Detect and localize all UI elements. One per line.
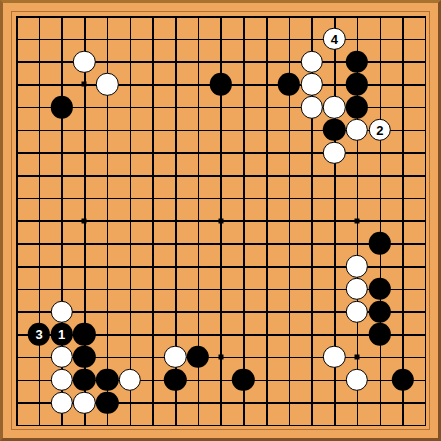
intersection-c4-r6[interactable] [73, 119, 96, 142]
intersection-c7-r16[interactable] [141, 346, 164, 369]
intersection-c4-r16[interactable] [73, 346, 96, 369]
intersection-c17-r14[interactable] [368, 300, 391, 323]
intersection-c13-r4[interactable] [278, 73, 301, 96]
intersection-c15-r18[interactable] [323, 391, 346, 414]
intersection-c8-r17[interactable] [164, 368, 187, 391]
intersection-c8-r4[interactable] [164, 73, 187, 96]
intersection-c15-r19[interactable] [323, 414, 346, 437]
intersection-c12-r15[interactable] [255, 323, 278, 346]
intersection-c16-r2[interactable] [346, 28, 369, 51]
intersection-c8-r9[interactable] [164, 187, 187, 210]
intersection-c7-r10[interactable] [141, 209, 164, 232]
intersection-c11-r11[interactable] [232, 232, 255, 255]
intersection-c9-r18[interactable] [187, 391, 210, 414]
intersection-c16-r6[interactable] [346, 119, 369, 142]
intersection-c15-r9[interactable] [323, 187, 346, 210]
intersection-c17-r4[interactable] [368, 73, 391, 96]
intersection-c6-r17[interactable] [119, 368, 142, 391]
intersection-c6-r16[interactable] [119, 346, 142, 369]
intersection-c17-r9[interactable] [368, 187, 391, 210]
intersection-c4-r14[interactable] [73, 300, 96, 323]
intersection-c11-r14[interactable] [232, 300, 255, 323]
intersection-c1-r10[interactable] [5, 209, 28, 232]
intersection-c3-r10[interactable] [50, 209, 73, 232]
intersection-c12-r17[interactable] [255, 368, 278, 391]
intersection-c2-r6[interactable] [28, 119, 51, 142]
intersection-c19-r2[interactable] [414, 28, 437, 51]
intersection-c12-r19[interactable] [255, 414, 278, 437]
intersection-c17-r18[interactable] [368, 391, 391, 414]
intersection-c7-r17[interactable] [141, 368, 164, 391]
intersection-c5-r10[interactable] [96, 209, 119, 232]
intersection-c17-r6[interactable]: 2 [368, 119, 391, 142]
intersection-c18-r1[interactable] [391, 5, 414, 28]
intersection-c16-r8[interactable] [346, 164, 369, 187]
intersection-c6-r15[interactable] [119, 323, 142, 346]
intersection-c1-r19[interactable] [5, 414, 28, 437]
intersection-c6-r12[interactable] [119, 255, 142, 278]
intersection-c3-r2[interactable] [50, 28, 73, 51]
intersection-c5-r12[interactable] [96, 255, 119, 278]
intersection-c10-r18[interactable] [209, 391, 232, 414]
intersection-c16-r5[interactable] [346, 96, 369, 119]
intersection-c14-r2[interactable] [300, 28, 323, 51]
intersection-c5-r1[interactable] [96, 5, 119, 28]
intersection-c1-r14[interactable] [5, 300, 28, 323]
intersection-c12-r10[interactable] [255, 209, 278, 232]
intersection-c16-r12[interactable] [346, 255, 369, 278]
intersection-c5-r17[interactable] [96, 368, 119, 391]
intersection-c4-r2[interactable] [73, 28, 96, 51]
intersection-c5-r8[interactable] [96, 164, 119, 187]
intersection-c14-r13[interactable] [300, 278, 323, 301]
intersection-c14-r11[interactable] [300, 232, 323, 255]
intersection-c10-r4[interactable] [209, 73, 232, 96]
intersection-c16-r19[interactable] [346, 414, 369, 437]
intersection-c14-r7[interactable] [300, 141, 323, 164]
intersection-c1-r1[interactable] [5, 5, 28, 28]
intersection-c11-r4[interactable] [232, 73, 255, 96]
intersection-c16-r13[interactable] [346, 278, 369, 301]
intersection-c12-r9[interactable] [255, 187, 278, 210]
intersection-c16-r1[interactable] [346, 5, 369, 28]
intersection-c8-r6[interactable] [164, 119, 187, 142]
intersection-c8-r1[interactable] [164, 5, 187, 28]
intersection-c2-r16[interactable] [28, 346, 51, 369]
intersection-c13-r13[interactable] [278, 278, 301, 301]
intersection-c4-r15[interactable] [73, 323, 96, 346]
intersection-c5-r13[interactable] [96, 278, 119, 301]
intersection-c19-r18[interactable] [414, 391, 437, 414]
intersection-c4-r5[interactable] [73, 96, 96, 119]
intersection-c8-r7[interactable] [164, 141, 187, 164]
intersection-c6-r5[interactable] [119, 96, 142, 119]
intersection-c13-r19[interactable] [278, 414, 301, 437]
intersection-c16-r11[interactable] [346, 232, 369, 255]
intersection-c4-r3[interactable] [73, 50, 96, 73]
intersection-c10-r3[interactable] [209, 50, 232, 73]
intersection-c13-r8[interactable] [278, 164, 301, 187]
intersection-c15-r15[interactable] [323, 323, 346, 346]
intersection-c12-r8[interactable] [255, 164, 278, 187]
intersection-c16-r10[interactable] [346, 209, 369, 232]
intersection-c4-r19[interactable] [73, 414, 96, 437]
intersection-c7-r6[interactable] [141, 119, 164, 142]
intersection-c17-r2[interactable] [368, 28, 391, 51]
intersection-c18-r9[interactable] [391, 187, 414, 210]
intersection-c8-r16[interactable] [164, 346, 187, 369]
intersection-c5-r15[interactable] [96, 323, 119, 346]
intersection-c13-r1[interactable] [278, 5, 301, 28]
intersection-c18-r17[interactable] [391, 368, 414, 391]
intersection-c10-r1[interactable] [209, 5, 232, 28]
intersection-c18-r10[interactable] [391, 209, 414, 232]
intersection-c18-r12[interactable] [391, 255, 414, 278]
intersection-c12-r7[interactable] [255, 141, 278, 164]
intersection-c7-r2[interactable] [141, 28, 164, 51]
intersection-c5-r18[interactable] [96, 391, 119, 414]
intersection-c12-r6[interactable] [255, 119, 278, 142]
intersection-c9-r10[interactable] [187, 209, 210, 232]
intersection-c4-r17[interactable] [73, 368, 96, 391]
intersection-c8-r14[interactable] [164, 300, 187, 323]
intersection-c19-r3[interactable] [414, 50, 437, 73]
intersection-c3-r11[interactable] [50, 232, 73, 255]
intersection-c10-r12[interactable] [209, 255, 232, 278]
intersection-c6-r11[interactable] [119, 232, 142, 255]
intersection-c17-r3[interactable] [368, 50, 391, 73]
intersection-c19-r9[interactable] [414, 187, 437, 210]
intersection-c7-r1[interactable] [141, 5, 164, 28]
intersection-c3-r15[interactable]: 1 [50, 323, 73, 346]
intersection-c1-r2[interactable] [5, 28, 28, 51]
intersection-c14-r16[interactable] [300, 346, 323, 369]
intersection-c19-r1[interactable] [414, 5, 437, 28]
intersection-c15-r3[interactable] [323, 50, 346, 73]
intersection-c9-r15[interactable] [187, 323, 210, 346]
intersection-c11-r17[interactable] [232, 368, 255, 391]
intersection-c4-r10[interactable] [73, 209, 96, 232]
intersection-c15-r4[interactable] [323, 73, 346, 96]
intersection-c14-r8[interactable] [300, 164, 323, 187]
intersection-c3-r8[interactable] [50, 164, 73, 187]
intersection-c6-r6[interactable] [119, 119, 142, 142]
intersection-c16-r15[interactable] [346, 323, 369, 346]
intersection-c8-r13[interactable] [164, 278, 187, 301]
intersection-c17-r8[interactable] [368, 164, 391, 187]
intersection-c1-r17[interactable] [5, 368, 28, 391]
intersection-c5-r4[interactable] [96, 73, 119, 96]
intersection-c19-r7[interactable] [414, 141, 437, 164]
intersection-c13-r18[interactable] [278, 391, 301, 414]
intersection-c11-r5[interactable] [232, 96, 255, 119]
intersection-c9-r19[interactable] [187, 414, 210, 437]
intersection-c9-r5[interactable] [187, 96, 210, 119]
intersection-c3-r16[interactable] [50, 346, 73, 369]
intersection-c13-r3[interactable] [278, 50, 301, 73]
intersection-c15-r5[interactable] [323, 96, 346, 119]
intersection-c9-r9[interactable] [187, 187, 210, 210]
intersection-c9-r1[interactable] [187, 5, 210, 28]
intersection-c9-r4[interactable] [187, 73, 210, 96]
intersection-c11-r3[interactable] [232, 50, 255, 73]
intersection-c17-r1[interactable] [368, 5, 391, 28]
intersection-c14-r3[interactable] [300, 50, 323, 73]
intersection-c11-r1[interactable] [232, 5, 255, 28]
intersection-c14-r4[interactable] [300, 73, 323, 96]
intersection-c15-r2[interactable]: 4 [323, 28, 346, 51]
intersection-c1-r5[interactable] [5, 96, 28, 119]
intersection-c10-r6[interactable] [209, 119, 232, 142]
intersection-c6-r2[interactable] [119, 28, 142, 51]
intersection-c3-r9[interactable] [50, 187, 73, 210]
intersection-c6-r19[interactable] [119, 414, 142, 437]
intersection-c13-r14[interactable] [278, 300, 301, 323]
intersection-c2-r8[interactable] [28, 164, 51, 187]
intersection-c9-r8[interactable] [187, 164, 210, 187]
intersection-c6-r13[interactable] [119, 278, 142, 301]
intersection-c11-r18[interactable] [232, 391, 255, 414]
intersection-c10-r10[interactable] [209, 209, 232, 232]
intersection-c3-r13[interactable] [50, 278, 73, 301]
intersection-c15-r1[interactable] [323, 5, 346, 28]
intersection-c12-r18[interactable] [255, 391, 278, 414]
intersection-c7-r13[interactable] [141, 278, 164, 301]
intersection-c11-r16[interactable] [232, 346, 255, 369]
intersection-c15-r14[interactable] [323, 300, 346, 323]
intersection-c13-r6[interactable] [278, 119, 301, 142]
intersection-c4-r12[interactable] [73, 255, 96, 278]
intersection-c5-r9[interactable] [96, 187, 119, 210]
intersection-c15-r8[interactable] [323, 164, 346, 187]
intersection-c15-r12[interactable] [323, 255, 346, 278]
intersection-c1-r18[interactable] [5, 391, 28, 414]
intersection-c1-r7[interactable] [5, 141, 28, 164]
intersection-c11-r12[interactable] [232, 255, 255, 278]
intersection-c12-r4[interactable] [255, 73, 278, 96]
intersection-c8-r2[interactable] [164, 28, 187, 51]
intersection-c3-r18[interactable] [50, 391, 73, 414]
intersection-c13-r15[interactable] [278, 323, 301, 346]
intersection-c14-r15[interactable] [300, 323, 323, 346]
intersection-c5-r19[interactable] [96, 414, 119, 437]
intersection-c18-r18[interactable] [391, 391, 414, 414]
intersection-c12-r5[interactable] [255, 96, 278, 119]
intersection-c3-r14[interactable] [50, 300, 73, 323]
intersection-c10-r16[interactable] [209, 346, 232, 369]
intersection-c7-r5[interactable] [141, 96, 164, 119]
intersection-c4-r1[interactable] [73, 5, 96, 28]
intersection-c14-r12[interactable] [300, 255, 323, 278]
intersection-c3-r4[interactable] [50, 73, 73, 96]
intersection-c13-r9[interactable] [278, 187, 301, 210]
intersection-c11-r8[interactable] [232, 164, 255, 187]
intersection-c5-r6[interactable] [96, 119, 119, 142]
intersection-c3-r1[interactable] [50, 5, 73, 28]
intersection-c17-r10[interactable] [368, 209, 391, 232]
intersection-c1-r6[interactable] [5, 119, 28, 142]
intersection-c3-r7[interactable] [50, 141, 73, 164]
intersection-c19-r6[interactable] [414, 119, 437, 142]
intersection-c4-r7[interactable] [73, 141, 96, 164]
intersection-c3-r6[interactable] [50, 119, 73, 142]
intersection-c17-r19[interactable] [368, 414, 391, 437]
intersection-c18-r4[interactable] [391, 73, 414, 96]
intersection-c4-r9[interactable] [73, 187, 96, 210]
intersection-c6-r9[interactable] [119, 187, 142, 210]
intersection-c9-r14[interactable] [187, 300, 210, 323]
intersection-c19-r8[interactable] [414, 164, 437, 187]
intersection-c14-r17[interactable] [300, 368, 323, 391]
intersection-c6-r4[interactable] [119, 73, 142, 96]
intersection-c10-r9[interactable] [209, 187, 232, 210]
intersection-c17-r13[interactable] [368, 278, 391, 301]
intersection-c19-r12[interactable] [414, 255, 437, 278]
intersection-c7-r14[interactable] [141, 300, 164, 323]
intersection-c7-r8[interactable] [141, 164, 164, 187]
intersection-c14-r18[interactable] [300, 391, 323, 414]
intersection-c14-r5[interactable] [300, 96, 323, 119]
intersection-c5-r3[interactable] [96, 50, 119, 73]
intersection-c2-r9[interactable] [28, 187, 51, 210]
intersection-c18-r3[interactable] [391, 50, 414, 73]
intersection-c5-r11[interactable] [96, 232, 119, 255]
intersection-c2-r4[interactable] [28, 73, 51, 96]
intersection-c19-r16[interactable] [414, 346, 437, 369]
intersection-c14-r1[interactable] [300, 5, 323, 28]
intersection-c6-r7[interactable] [119, 141, 142, 164]
intersection-c14-r19[interactable] [300, 414, 323, 437]
intersection-c13-r17[interactable] [278, 368, 301, 391]
intersection-c19-r19[interactable] [414, 414, 437, 437]
intersection-c13-r10[interactable] [278, 209, 301, 232]
intersection-c9-r3[interactable] [187, 50, 210, 73]
intersection-c16-r18[interactable] [346, 391, 369, 414]
intersection-c10-r19[interactable] [209, 414, 232, 437]
intersection-c19-r13[interactable] [414, 278, 437, 301]
intersection-c13-r5[interactable] [278, 96, 301, 119]
intersection-c5-r16[interactable] [96, 346, 119, 369]
intersection-c5-r2[interactable] [96, 28, 119, 51]
intersection-c1-r15[interactable] [5, 323, 28, 346]
intersection-c1-r16[interactable] [5, 346, 28, 369]
intersection-c19-r15[interactable] [414, 323, 437, 346]
intersection-c18-r15[interactable] [391, 323, 414, 346]
intersection-c3-r17[interactable] [50, 368, 73, 391]
intersection-c8-r5[interactable] [164, 96, 187, 119]
intersection-c16-r9[interactable] [346, 187, 369, 210]
intersection-c16-r17[interactable] [346, 368, 369, 391]
intersection-c6-r14[interactable] [119, 300, 142, 323]
intersection-c11-r7[interactable] [232, 141, 255, 164]
intersection-c9-r13[interactable] [187, 278, 210, 301]
intersection-c3-r12[interactable] [50, 255, 73, 278]
intersection-c2-r7[interactable] [28, 141, 51, 164]
intersection-c4-r18[interactable] [73, 391, 96, 414]
intersection-c6-r8[interactable] [119, 164, 142, 187]
intersection-c17-r15[interactable] [368, 323, 391, 346]
intersection-c17-r12[interactable] [368, 255, 391, 278]
intersection-c8-r18[interactable] [164, 391, 187, 414]
intersection-c4-r13[interactable] [73, 278, 96, 301]
intersection-c12-r14[interactable] [255, 300, 278, 323]
intersection-c9-r6[interactable] [187, 119, 210, 142]
intersection-c8-r8[interactable] [164, 164, 187, 187]
intersection-c7-r7[interactable] [141, 141, 164, 164]
intersection-c7-r11[interactable] [141, 232, 164, 255]
intersection-c16-r4[interactable] [346, 73, 369, 96]
intersection-c1-r8[interactable] [5, 164, 28, 187]
intersection-c10-r8[interactable] [209, 164, 232, 187]
intersection-c8-r11[interactable] [164, 232, 187, 255]
intersection-c10-r15[interactable] [209, 323, 232, 346]
intersection-c13-r7[interactable] [278, 141, 301, 164]
intersection-c2-r13[interactable] [28, 278, 51, 301]
intersection-c11-r6[interactable] [232, 119, 255, 142]
intersection-c2-r12[interactable] [28, 255, 51, 278]
intersection-c10-r13[interactable] [209, 278, 232, 301]
intersection-c12-r3[interactable] [255, 50, 278, 73]
intersection-c18-r16[interactable] [391, 346, 414, 369]
intersection-c18-r19[interactable] [391, 414, 414, 437]
intersection-c17-r17[interactable] [368, 368, 391, 391]
intersection-c6-r10[interactable] [119, 209, 142, 232]
intersection-c14-r10[interactable] [300, 209, 323, 232]
intersection-c12-r13[interactable] [255, 278, 278, 301]
intersection-c9-r16[interactable] [187, 346, 210, 369]
intersection-c7-r9[interactable] [141, 187, 164, 210]
intersection-c9-r12[interactable] [187, 255, 210, 278]
intersection-c15-r11[interactable] [323, 232, 346, 255]
intersection-c13-r12[interactable] [278, 255, 301, 278]
intersection-c11-r19[interactable] [232, 414, 255, 437]
intersection-c8-r10[interactable] [164, 209, 187, 232]
intersection-c4-r4[interactable] [73, 73, 96, 96]
intersection-c6-r3[interactable] [119, 50, 142, 73]
intersection-c11-r10[interactable] [232, 209, 255, 232]
intersection-c9-r11[interactable] [187, 232, 210, 255]
intersection-c12-r12[interactable] [255, 255, 278, 278]
intersection-c8-r15[interactable] [164, 323, 187, 346]
intersection-c15-r7[interactable] [323, 141, 346, 164]
intersection-c3-r5[interactable] [50, 96, 73, 119]
intersection-c18-r7[interactable] [391, 141, 414, 164]
intersection-c11-r15[interactable] [232, 323, 255, 346]
intersection-c2-r19[interactable] [28, 414, 51, 437]
intersection-c10-r14[interactable] [209, 300, 232, 323]
intersection-c7-r18[interactable] [141, 391, 164, 414]
intersection-c11-r2[interactable] [232, 28, 255, 51]
intersection-c15-r10[interactable] [323, 209, 346, 232]
intersection-c12-r1[interactable] [255, 5, 278, 28]
intersection-c2-r15[interactable]: 3 [28, 323, 51, 346]
intersection-c6-r18[interactable] [119, 391, 142, 414]
intersection-c15-r6[interactable] [323, 119, 346, 142]
intersection-c2-r10[interactable] [28, 209, 51, 232]
intersection-c19-r5[interactable] [414, 96, 437, 119]
intersection-c19-r10[interactable] [414, 209, 437, 232]
intersection-c15-r13[interactable] [323, 278, 346, 301]
intersection-c15-r16[interactable] [323, 346, 346, 369]
intersection-c7-r15[interactable] [141, 323, 164, 346]
intersection-c16-r3[interactable] [346, 50, 369, 73]
intersection-c19-r17[interactable] [414, 368, 437, 391]
intersection-c1-r12[interactable] [5, 255, 28, 278]
intersection-c11-r13[interactable] [232, 278, 255, 301]
intersection-c16-r14[interactable] [346, 300, 369, 323]
intersection-c17-r7[interactable] [368, 141, 391, 164]
intersection-c1-r9[interactable] [5, 187, 28, 210]
